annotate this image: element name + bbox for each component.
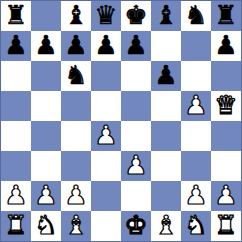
- square-c7[interactable]: ♟: [61, 31, 91, 61]
- chess-board: ♜♝♛♚♝♞♜♟♟♟♟♟♟♞♟♟♛♟♟♟♟♟♟♟♜♞♝♚♝♞♜: [0, 0, 242, 242]
- square-d4[interactable]: ♟: [91, 121, 121, 151]
- square-g1[interactable]: ♞: [181, 211, 211, 241]
- square-e4[interactable]: [121, 121, 151, 151]
- square-f3[interactable]: [151, 151, 181, 181]
- square-a8[interactable]: ♜: [1, 1, 31, 31]
- square-b5[interactable]: [31, 91, 61, 121]
- white-pawn-e3[interactable]: ♟: [124, 152, 147, 178]
- square-a2[interactable]: ♟: [1, 181, 31, 211]
- square-f5[interactable]: [151, 91, 181, 121]
- square-d7[interactable]: ♟: [91, 31, 121, 61]
- black-pawn-a7[interactable]: ♟: [4, 32, 27, 58]
- square-b2[interactable]: ♟: [31, 181, 61, 211]
- square-h4[interactable]: [211, 121, 241, 151]
- white-knight-g1[interactable]: ♞: [184, 212, 207, 238]
- white-knight-b1[interactable]: ♞: [34, 212, 57, 238]
- black-pawn-b7[interactable]: ♟: [34, 32, 57, 58]
- white-queen-h5[interactable]: ♛: [214, 92, 237, 118]
- black-queen-d8[interactable]: ♛: [94, 2, 117, 28]
- square-g7[interactable]: [181, 31, 211, 61]
- square-e3[interactable]: ♟: [121, 151, 151, 181]
- black-king-e8[interactable]: ♚: [124, 2, 147, 28]
- square-f1[interactable]: ♝: [151, 211, 181, 241]
- square-f6[interactable]: ♟: [151, 61, 181, 91]
- square-d1[interactable]: [91, 211, 121, 241]
- square-g8[interactable]: ♞: [181, 1, 211, 31]
- square-g2[interactable]: ♟: [181, 181, 211, 211]
- square-c3[interactable]: [61, 151, 91, 181]
- white-rook-a1[interactable]: ♜: [4, 212, 27, 238]
- black-rook-a8[interactable]: ♜: [4, 2, 27, 28]
- white-pawn-c2[interactable]: ♟: [64, 182, 87, 208]
- square-c5[interactable]: [61, 91, 91, 121]
- square-c6[interactable]: ♞: [61, 61, 91, 91]
- square-e2[interactable]: [121, 181, 151, 211]
- black-rook-h8[interactable]: ♜: [214, 2, 237, 28]
- square-d5[interactable]: [91, 91, 121, 121]
- square-b1[interactable]: ♞: [31, 211, 61, 241]
- square-e6[interactable]: [121, 61, 151, 91]
- black-pawn-c7[interactable]: ♟: [64, 32, 87, 58]
- black-pawn-h7[interactable]: ♟: [214, 32, 237, 58]
- black-pawn-f6[interactable]: ♟: [154, 62, 177, 88]
- square-b3[interactable]: [31, 151, 61, 181]
- square-f2[interactable]: [151, 181, 181, 211]
- square-c2[interactable]: ♟: [61, 181, 91, 211]
- black-bishop-c8[interactable]: ♝: [64, 2, 87, 28]
- white-pawn-d4[interactable]: ♟: [94, 122, 117, 148]
- white-rook-h1[interactable]: ♜: [214, 212, 237, 238]
- square-g6[interactable]: [181, 61, 211, 91]
- square-d8[interactable]: ♛: [91, 1, 121, 31]
- white-pawn-a2[interactable]: ♟: [4, 182, 27, 208]
- square-h7[interactable]: ♟: [211, 31, 241, 61]
- square-h3[interactable]: [211, 151, 241, 181]
- square-a6[interactable]: [1, 61, 31, 91]
- square-d3[interactable]: [91, 151, 121, 181]
- white-pawn-g5[interactable]: ♟: [184, 92, 207, 118]
- square-b8[interactable]: [31, 1, 61, 31]
- square-e8[interactable]: ♚: [121, 1, 151, 31]
- square-h2[interactable]: ♟: [211, 181, 241, 211]
- square-h5[interactable]: ♛: [211, 91, 241, 121]
- black-pawn-d7[interactable]: ♟: [94, 32, 117, 58]
- square-g3[interactable]: [181, 151, 211, 181]
- square-c1[interactable]: ♝: [61, 211, 91, 241]
- square-e7[interactable]: ♟: [121, 31, 151, 61]
- black-knight-c6[interactable]: ♞: [64, 62, 87, 88]
- square-a4[interactable]: [1, 121, 31, 151]
- black-bishop-f8[interactable]: ♝: [154, 2, 177, 28]
- white-king-e1[interactable]: ♚: [124, 212, 147, 238]
- black-pawn-e7[interactable]: ♟: [124, 32, 147, 58]
- square-b7[interactable]: ♟: [31, 31, 61, 61]
- square-h6[interactable]: [211, 61, 241, 91]
- square-g5[interactable]: ♟: [181, 91, 211, 121]
- white-bishop-f1[interactable]: ♝: [154, 212, 177, 238]
- square-f8[interactable]: ♝: [151, 1, 181, 31]
- square-f4[interactable]: [151, 121, 181, 151]
- square-a7[interactable]: ♟: [1, 31, 31, 61]
- white-pawn-b2[interactable]: ♟: [34, 182, 57, 208]
- square-a3[interactable]: [1, 151, 31, 181]
- white-pawn-g2[interactable]: ♟: [184, 182, 207, 208]
- square-h1[interactable]: ♜: [211, 211, 241, 241]
- white-pawn-h2[interactable]: ♟: [214, 182, 237, 208]
- square-a5[interactable]: [1, 91, 31, 121]
- square-c8[interactable]: ♝: [61, 1, 91, 31]
- square-b4[interactable]: [31, 121, 61, 151]
- square-d6[interactable]: [91, 61, 121, 91]
- square-a1[interactable]: ♜: [1, 211, 31, 241]
- square-b6[interactable]: [31, 61, 61, 91]
- square-c4[interactable]: [61, 121, 91, 151]
- square-e5[interactable]: [121, 91, 151, 121]
- square-g4[interactable]: [181, 121, 211, 151]
- black-knight-g8[interactable]: ♞: [184, 2, 207, 28]
- square-e1[interactable]: ♚: [121, 211, 151, 241]
- square-d2[interactable]: [91, 181, 121, 211]
- square-h8[interactable]: ♜: [211, 1, 241, 31]
- white-bishop-c1[interactable]: ♝: [64, 212, 87, 238]
- square-f7[interactable]: [151, 31, 181, 61]
